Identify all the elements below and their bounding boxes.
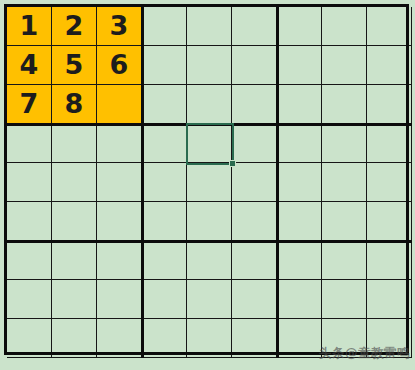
cell-r7c2[interactable] <box>52 241 97 280</box>
cell-r5c8[interactable] <box>322 163 367 202</box>
cell-r1c8[interactable] <box>322 7 367 46</box>
cell-r7c1[interactable] <box>7 241 52 280</box>
cell-r5c5[interactable] <box>187 163 232 202</box>
cell-r1c4[interactable] <box>142 7 187 46</box>
cell-r7c6[interactable] <box>232 241 277 280</box>
cell-r2c3[interactable]: 6 <box>97 46 142 85</box>
cell-r8c3[interactable] <box>97 280 142 319</box>
cell-r6c3[interactable] <box>97 202 142 241</box>
cell-r8c1[interactable] <box>7 280 52 319</box>
cell-r7c3[interactable] <box>97 241 142 280</box>
cell-r9c5[interactable] <box>187 319 232 358</box>
cell-r2c1[interactable]: 4 <box>7 46 52 85</box>
cell-r5c3[interactable] <box>97 163 142 202</box>
cell-r1c6[interactable] <box>232 7 277 46</box>
selection-box[interactable] <box>186 123 234 165</box>
cell-r4c2[interactable] <box>52 124 97 163</box>
cell-r3c9[interactable] <box>367 85 412 124</box>
cell-r7c4[interactable] <box>142 241 187 280</box>
cell-r2c9[interactable] <box>367 46 412 85</box>
cell-r8c5[interactable] <box>187 280 232 319</box>
watermark: 头条@童教雷鸣 <box>319 345 410 362</box>
sudoku-page: 12345678 头条@童教雷鸣 <box>0 0 415 370</box>
cell-r8c4[interactable] <box>142 280 187 319</box>
cell-r8c2[interactable] <box>52 280 97 319</box>
cell-r7c5[interactable] <box>187 241 232 280</box>
cell-r3c5[interactable] <box>187 85 232 124</box>
cell-r6c2[interactable] <box>52 202 97 241</box>
cell-r1c1[interactable]: 1 <box>7 7 52 46</box>
cell-r5c9[interactable] <box>367 163 412 202</box>
cell-r5c4[interactable] <box>142 163 187 202</box>
cell-r2c6[interactable] <box>232 46 277 85</box>
cell-r4c3[interactable] <box>97 124 142 163</box>
cell-r1c2[interactable]: 2 <box>52 7 97 46</box>
cell-r2c8[interactable] <box>322 46 367 85</box>
fill-handle[interactable] <box>229 160 236 167</box>
cell-r5c1[interactable] <box>7 163 52 202</box>
sudoku-board: 12345678 <box>7 7 412 358</box>
cell-r1c3[interactable]: 3 <box>97 7 142 46</box>
cell-r4c7[interactable] <box>277 124 322 163</box>
cell-r8c6[interactable] <box>232 280 277 319</box>
cell-r4c1[interactable] <box>7 124 52 163</box>
cell-r2c4[interactable] <box>142 46 187 85</box>
cell-r4c4[interactable] <box>142 124 187 163</box>
cell-r5c6[interactable] <box>232 163 277 202</box>
cell-r3c4[interactable] <box>142 85 187 124</box>
cell-r3c2[interactable]: 8 <box>52 85 97 124</box>
cell-r3c3[interactable] <box>97 85 142 124</box>
cell-r3c1[interactable]: 7 <box>7 85 52 124</box>
cell-r6c4[interactable] <box>142 202 187 241</box>
cell-r4c8[interactable] <box>322 124 367 163</box>
cell-r2c7[interactable] <box>277 46 322 85</box>
cell-r9c6[interactable] <box>232 319 277 358</box>
cell-r6c1[interactable] <box>7 202 52 241</box>
cell-r1c9[interactable] <box>367 7 412 46</box>
cell-r7c9[interactable] <box>367 241 412 280</box>
cell-r8c7[interactable] <box>277 280 322 319</box>
cell-r6c7[interactable] <box>277 202 322 241</box>
cell-r9c4[interactable] <box>142 319 187 358</box>
cell-r6c5[interactable] <box>187 202 232 241</box>
cell-r8c8[interactable] <box>322 280 367 319</box>
cell-r4c6[interactable] <box>232 124 277 163</box>
cell-r1c7[interactable] <box>277 7 322 46</box>
cell-r7c7[interactable] <box>277 241 322 280</box>
sudoku-grid: 12345678 <box>7 7 412 358</box>
cell-r4c9[interactable] <box>367 124 412 163</box>
cell-r2c5[interactable] <box>187 46 232 85</box>
cell-r3c8[interactable] <box>322 85 367 124</box>
cell-r6c6[interactable] <box>232 202 277 241</box>
cell-r1c5[interactable] <box>187 7 232 46</box>
cell-r3c6[interactable] <box>232 85 277 124</box>
cell-r5c2[interactable] <box>52 163 97 202</box>
cell-r5c7[interactable] <box>277 163 322 202</box>
cell-r2c2[interactable]: 5 <box>52 46 97 85</box>
cell-r3c7[interactable] <box>277 85 322 124</box>
cell-r9c7[interactable] <box>277 319 322 358</box>
cell-r6c8[interactable] <box>322 202 367 241</box>
cell-r8c9[interactable] <box>367 280 412 319</box>
cell-r9c3[interactable] <box>97 319 142 358</box>
cell-r7c8[interactable] <box>322 241 367 280</box>
cell-r6c9[interactable] <box>367 202 412 241</box>
cell-r9c1[interactable] <box>7 319 52 358</box>
cell-r9c2[interactable] <box>52 319 97 358</box>
